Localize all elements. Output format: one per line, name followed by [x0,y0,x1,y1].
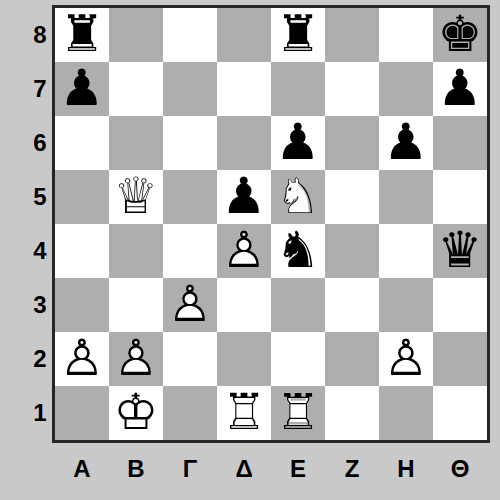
white-piece-outline: ♙ [109,331,163,385]
square-e7[interactable] [271,62,325,116]
rank-label-1: 1 [28,386,52,440]
white-piece-outline: ♔ [109,385,163,439]
square-b5[interactable]: ♛♕ [109,170,163,224]
piece-white-pawn[interactable]: ♟♙ [379,332,433,386]
white-piece-outline: ♘ [271,169,325,223]
square-e3[interactable] [271,278,325,332]
file-label-g: Η [379,450,433,488]
square-a1[interactable] [55,386,109,440]
square-g1[interactable] [379,386,433,440]
black-piece-glyph: ♟ [271,115,325,169]
piece-black-knight[interactable]: ♞ [271,224,325,278]
square-c4[interactable] [163,224,217,278]
square-c7[interactable] [163,62,217,116]
black-piece-glyph: ♚ [433,7,487,61]
square-g2[interactable]: ♟♙ [379,332,433,386]
square-f8[interactable] [325,8,379,62]
chess-board: ♜♜♚♟♟♟♟♛♕♟♞♘♟♙♞♛♟♙♟♙♟♙♟♙♚♔♜♖♜♖ [52,5,490,443]
square-h2[interactable] [433,332,487,386]
piece-black-rook[interactable]: ♜ [271,8,325,62]
white-piece-outline: ♙ [379,331,433,385]
piece-white-queen[interactable]: ♛♕ [109,170,163,224]
square-c1[interactable] [163,386,217,440]
square-d7[interactable] [217,62,271,116]
square-f4[interactable] [325,224,379,278]
square-b4[interactable] [109,224,163,278]
page-background: 87654321 ♜♜♚♟♟♟♟♛♕♟♞♘♟♙♞♛♟♙♟♙♟♙♟♙♚♔♜♖♜♖ … [0,0,500,500]
square-c5[interactable] [163,170,217,224]
square-h6[interactable] [433,116,487,170]
black-piece-glyph: ♟ [55,61,109,115]
square-d5[interactable]: ♟ [217,170,271,224]
square-e4[interactable]: ♞ [271,224,325,278]
piece-white-rook[interactable]: ♜♖ [271,386,325,440]
piece-white-pawn[interactable]: ♟♙ [109,332,163,386]
square-a5[interactable] [55,170,109,224]
square-e5[interactable]: ♞♘ [271,170,325,224]
piece-white-pawn[interactable]: ♟♙ [217,224,271,278]
square-g8[interactable] [379,8,433,62]
file-label-d: Δ [217,450,271,488]
black-piece-glyph: ♜ [55,7,109,61]
rank-label-5: 5 [28,170,52,224]
black-piece-glyph: ♟ [379,115,433,169]
square-g3[interactable] [379,278,433,332]
square-a4[interactable] [55,224,109,278]
square-h4[interactable]: ♛ [433,224,487,278]
square-h7[interactable]: ♟ [433,62,487,116]
square-d2[interactable] [217,332,271,386]
square-a2[interactable]: ♟♙ [55,332,109,386]
square-c2[interactable] [163,332,217,386]
square-f6[interactable] [325,116,379,170]
piece-black-pawn[interactable]: ♟ [271,116,325,170]
rank-label-8: 8 [28,8,52,62]
square-a3[interactable] [55,278,109,332]
piece-black-king[interactable]: ♚ [433,8,487,62]
white-piece-outline: ♖ [271,385,325,439]
piece-black-pawn[interactable]: ♟ [379,116,433,170]
square-g6[interactable]: ♟ [379,116,433,170]
file-label-e: Ε [271,450,325,488]
rank-label-3: 3 [28,278,52,332]
square-c8[interactable] [163,8,217,62]
rank-label-2: 2 [28,332,52,386]
square-b7[interactable] [109,62,163,116]
piece-black-pawn[interactable]: ♟ [433,62,487,116]
file-label-b: Β [109,450,163,488]
square-g7[interactable] [379,62,433,116]
square-a8[interactable]: ♜ [55,8,109,62]
rank-labels: 87654321 [28,8,52,440]
square-f5[interactable] [325,170,379,224]
square-f2[interactable] [325,332,379,386]
square-f3[interactable] [325,278,379,332]
square-g5[interactable] [379,170,433,224]
square-h8[interactable]: ♚ [433,8,487,62]
piece-white-knight[interactable]: ♞♘ [271,170,325,224]
square-c3[interactable]: ♟♙ [163,278,217,332]
white-piece-outline: ♕ [109,169,163,223]
piece-black-pawn[interactable]: ♟ [55,62,109,116]
square-d8[interactable] [217,8,271,62]
square-g4[interactable] [379,224,433,278]
square-h5[interactable] [433,170,487,224]
piece-white-pawn[interactable]: ♟♙ [163,278,217,332]
black-piece-glyph: ♟ [217,169,271,223]
square-a6[interactable] [55,116,109,170]
square-b8[interactable] [109,8,163,62]
piece-black-rook[interactable]: ♜ [55,8,109,62]
square-d3[interactable] [217,278,271,332]
file-label-f: Ζ [325,450,379,488]
square-c6[interactable] [163,116,217,170]
rank-label-7: 7 [28,62,52,116]
square-e1[interactable]: ♜♖ [271,386,325,440]
square-d6[interactable] [217,116,271,170]
file-label-h: Θ [433,450,487,488]
square-b2[interactable]: ♟♙ [109,332,163,386]
square-f7[interactable] [325,62,379,116]
file-label-c: Γ [163,450,217,488]
square-e8[interactable]: ♜ [271,8,325,62]
piece-black-queen[interactable]: ♛ [433,224,487,278]
piece-white-king[interactable]: ♚♔ [109,386,163,440]
square-a7[interactable]: ♟ [55,62,109,116]
white-piece-outline: ♖ [217,385,271,439]
piece-white-rook[interactable]: ♜♖ [217,386,271,440]
square-d4[interactable]: ♟♙ [217,224,271,278]
white-piece-outline: ♙ [163,277,217,331]
square-f1[interactable] [325,386,379,440]
square-b3[interactable] [109,278,163,332]
square-b1[interactable]: ♚♔ [109,386,163,440]
black-piece-glyph: ♛ [433,223,487,277]
white-piece-outline: ♙ [217,223,271,277]
piece-white-pawn[interactable]: ♟♙ [55,332,109,386]
square-h1[interactable] [433,386,487,440]
piece-black-pawn[interactable]: ♟ [217,170,271,224]
black-piece-glyph: ♜ [271,7,325,61]
square-d1[interactable]: ♜♖ [217,386,271,440]
rank-label-4: 4 [28,224,52,278]
square-e6[interactable]: ♟ [271,116,325,170]
file-labels: ΑΒΓΔΕΖΗΘ [55,450,487,488]
square-b6[interactable] [109,116,163,170]
white-piece-outline: ♙ [55,331,109,385]
file-label-a: Α [55,450,109,488]
square-e2[interactable] [271,332,325,386]
square-h3[interactable] [433,278,487,332]
rank-label-6: 6 [28,116,52,170]
black-piece-glyph: ♞ [271,223,325,277]
black-piece-glyph: ♟ [433,61,487,115]
